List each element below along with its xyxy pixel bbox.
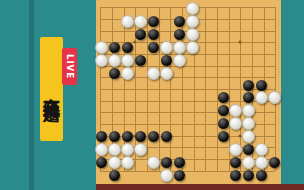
board-intersection: [134, 80, 147, 91]
board-intersection: [218, 80, 229, 91]
board-intersection: [147, 54, 160, 67]
white-stone: [186, 2, 199, 15]
white-stone: [255, 156, 268, 169]
black-stone: [243, 170, 254, 181]
board-intersection: [229, 91, 242, 104]
board-intersection: [242, 41, 255, 54]
board-intersection: [95, 54, 108, 67]
board-intersection: [108, 130, 121, 143]
black-stone: [243, 92, 254, 103]
white-stone: [134, 143, 147, 156]
board-intersection: [186, 80, 199, 91]
board-intersection: [134, 104, 147, 117]
black-stone: [109, 68, 120, 79]
board-intersection: [121, 117, 134, 130]
black-stone: [161, 131, 172, 142]
board-intersection: [242, 143, 255, 156]
white-stone: [160, 41, 173, 54]
board-intersection: [95, 80, 108, 91]
white-stone: [121, 54, 134, 67]
board-intersection: [242, 28, 255, 41]
board-intersection: [173, 28, 186, 41]
board-intersection: [255, 28, 268, 41]
black-stone: [109, 42, 120, 53]
board-intersection: [173, 117, 186, 130]
board-intersection: [121, 2, 134, 15]
board-intersection: [229, 143, 242, 156]
board-intersection: [108, 67, 121, 80]
black-stone: [174, 157, 185, 168]
board-intersection: [229, 54, 242, 67]
teal-shadow-band: [29, 0, 34, 190]
board-intersection: [173, 80, 186, 91]
board-intersection: [121, 15, 134, 28]
board-intersection: [134, 169, 147, 182]
board-intersection: [255, 67, 268, 80]
board-intersection: [108, 117, 121, 130]
board-intersection: [121, 41, 134, 54]
board-intersection: [218, 28, 229, 41]
banner-title-text: 高级死活题: [43, 84, 60, 94]
board-intersection: [242, 91, 255, 104]
board-intersection: [218, 91, 229, 104]
black-stone: [174, 16, 185, 27]
black-stone: [96, 131, 107, 142]
black-stone: [230, 157, 241, 168]
black-stone: [122, 131, 133, 142]
board-intersection: [268, 130, 281, 143]
board-intersection: [268, 91, 281, 104]
board-intersection: [255, 130, 268, 143]
board-intersection: [186, 41, 199, 54]
board-intersection: [268, 80, 281, 91]
board-intersection: [173, 169, 186, 182]
white-stone: [121, 143, 134, 156]
board-intersection: [95, 15, 108, 28]
board-intersection: [134, 130, 147, 143]
board-intersection: [121, 91, 134, 104]
board-intersection: [121, 169, 134, 182]
board-intersection: [255, 80, 268, 91]
board-intersection: [121, 80, 134, 91]
board-grid: [95, 2, 282, 177]
board-intersection: [173, 91, 186, 104]
board-intersection: [229, 67, 242, 80]
board-intersection: [218, 104, 229, 117]
black-stone: [256, 170, 267, 181]
board-intersection: [268, 28, 281, 41]
board-intersection: [268, 117, 281, 130]
board-intersection: [134, 67, 147, 80]
board-intersection: [268, 169, 281, 182]
white-stone: [242, 117, 255, 130]
board-intersection: [134, 117, 147, 130]
board-intersection: [121, 28, 134, 41]
board-intersection: [134, 28, 147, 41]
white-stone: [108, 54, 121, 67]
board-intersection: [95, 104, 108, 117]
go-board: [96, 0, 281, 185]
white-stone: [173, 41, 186, 54]
board-intersection: [95, 91, 108, 104]
board-intersection: [255, 41, 268, 54]
white-stone: [242, 156, 255, 169]
black-stone: [148, 29, 159, 40]
board-intersection: [229, 2, 242, 15]
board-intersection: [95, 117, 108, 130]
black-stone: [218, 118, 229, 129]
white-stone: [95, 41, 108, 54]
board-intersection: [255, 156, 268, 169]
board-intersection: [186, 2, 199, 15]
board-intersection: [229, 28, 242, 41]
board-intersection: [160, 54, 173, 67]
board-intersection: [229, 15, 242, 28]
black-stone: [148, 42, 159, 53]
board-intersection: [121, 67, 134, 80]
board-intersection: [242, 54, 255, 67]
black-stone: [174, 170, 185, 181]
black-stone: [243, 144, 254, 155]
board-intersection: [268, 2, 281, 15]
board-intersection: [160, 41, 173, 54]
black-stone: [135, 55, 146, 66]
white-stone: [121, 15, 134, 28]
board-intersection: [173, 54, 186, 67]
board-intersection: [268, 15, 281, 28]
board-intersection: [134, 15, 147, 28]
board-intersection: [218, 54, 229, 67]
white-stone: [121, 156, 134, 169]
board-intersection: [242, 156, 255, 169]
board-intersection: [134, 2, 147, 15]
board-intersection: [268, 67, 281, 80]
board-intersection: [229, 117, 242, 130]
black-stone: [135, 29, 146, 40]
board-intersection: [108, 143, 121, 156]
board-intersection: [173, 15, 186, 28]
board-intersection: [160, 130, 173, 143]
board-intersection: [108, 28, 121, 41]
board-intersection: [134, 143, 147, 156]
board-intersection: [160, 28, 173, 41]
board-intersection: [242, 80, 255, 91]
white-stone: [186, 28, 199, 41]
board-intersection: [134, 156, 147, 169]
board-intersection: [255, 91, 268, 104]
board-intersection: [121, 130, 134, 143]
white-stone: [186, 15, 199, 28]
board-intersection: [147, 130, 160, 143]
board-intersection: [147, 80, 160, 91]
board-intersection: [242, 117, 255, 130]
thumbnail-canvas: 高级死活题 LIVE: [0, 0, 304, 190]
board-intersection: [147, 41, 160, 54]
board-intersection: [173, 2, 186, 15]
board-intersection: [134, 41, 147, 54]
board-intersection: [160, 67, 173, 80]
board-intersection: [108, 104, 121, 117]
black-stone: [243, 80, 254, 91]
black-stone: [135, 131, 146, 142]
white-stone: [95, 143, 108, 156]
board-intersection: [173, 143, 186, 156]
board-intersection: [121, 54, 134, 67]
board-intersection: [186, 15, 199, 28]
white-stone: [229, 117, 242, 130]
board-intersection: [108, 41, 121, 54]
board-intersection: [160, 143, 173, 156]
board-intersection: [255, 104, 268, 117]
board-intersection: [268, 41, 281, 54]
board-intersection: [95, 156, 108, 169]
board-intersection: [186, 28, 199, 41]
board-intersection: [173, 41, 186, 54]
board-intersection: [186, 156, 199, 169]
board-intersection: [95, 130, 108, 143]
board-intersection: [134, 54, 147, 67]
board-intersection: [218, 67, 229, 80]
board-intersection: [95, 41, 108, 54]
board-intersection: [108, 15, 121, 28]
black-stone: [218, 92, 229, 103]
white-stone: [268, 91, 281, 104]
board-intersection: [242, 67, 255, 80]
black-stone: [96, 157, 107, 168]
board-intersection: [147, 2, 160, 15]
board-intersection: [173, 67, 186, 80]
board-intersection: [186, 169, 199, 182]
bottom-strip: [96, 184, 304, 190]
board-intersection: [108, 91, 121, 104]
board-intersection: [242, 2, 255, 15]
live-badge: LIVE: [62, 48, 77, 85]
board-intersection: [108, 156, 121, 169]
board-intersection: [255, 143, 268, 156]
white-stone: [160, 169, 173, 182]
board-intersection: [255, 15, 268, 28]
board-intersection: [95, 169, 108, 182]
white-stone: [147, 67, 160, 80]
board-intersection: [229, 156, 242, 169]
board-intersection: [160, 169, 173, 182]
board-intersection: [186, 54, 199, 67]
white-stone: [160, 67, 173, 80]
board-intersection: [95, 143, 108, 156]
white-stone: [147, 156, 160, 169]
board-intersection: [121, 143, 134, 156]
board-intersection: [186, 117, 199, 130]
board-intersection: [160, 117, 173, 130]
board-intersection: [229, 130, 242, 143]
board-intersection: [242, 104, 255, 117]
white-stone: [121, 67, 134, 80]
black-stone: [122, 42, 133, 53]
board-intersection: [229, 41, 242, 54]
board-intersection: [147, 28, 160, 41]
board-intersection: [147, 91, 160, 104]
black-stone: [148, 16, 159, 27]
board-intersection: [160, 80, 173, 91]
black-stone: [256, 80, 267, 91]
board-intersection: [95, 67, 108, 80]
black-stone: [218, 105, 229, 116]
board-intersection: [108, 169, 121, 182]
white-stone: [242, 104, 255, 117]
board-intersection: [255, 117, 268, 130]
board-intersection: [255, 54, 268, 67]
board-intersection: [147, 67, 160, 80]
black-stone: [230, 170, 241, 181]
white-stone: [173, 54, 186, 67]
board-intersection: [186, 67, 199, 80]
white-stone: [134, 15, 147, 28]
board-intersection: [242, 130, 255, 143]
board-intersection: [134, 91, 147, 104]
white-stone: [255, 143, 268, 156]
black-stone: [269, 157, 280, 168]
board-intersection: [173, 104, 186, 117]
board-intersection: [218, 15, 229, 28]
board-intersection: [108, 80, 121, 91]
board-intersection: [242, 15, 255, 28]
board-intersection: [173, 130, 186, 143]
board-intersection: [160, 2, 173, 15]
board-intersection: [186, 104, 199, 117]
white-stone: [229, 104, 242, 117]
board-intersection: [160, 156, 173, 169]
white-stone: [186, 41, 199, 54]
white-stone: [108, 143, 121, 156]
board-intersection: [147, 156, 160, 169]
black-stone: [109, 170, 120, 181]
title-banner: 高级死活题: [40, 37, 63, 141]
board-intersection: [108, 54, 121, 67]
board-intersection: [108, 2, 121, 15]
white-stone: [242, 130, 255, 143]
board-intersection: [218, 169, 229, 182]
board-intersection: [255, 169, 268, 182]
black-stone: [174, 29, 185, 40]
board-intersection: [218, 2, 229, 15]
board-intersection: [218, 41, 229, 54]
board-intersection: [186, 143, 199, 156]
board-intersection: [147, 117, 160, 130]
board-intersection: [147, 104, 160, 117]
board-intersection: [147, 169, 160, 182]
board-intersection: [95, 2, 108, 15]
board-intersection: [121, 156, 134, 169]
board-intersection: [218, 130, 229, 143]
black-stone: [148, 131, 159, 142]
board-intersection: [229, 169, 242, 182]
board-intersection: [218, 117, 229, 130]
board-intersection: [218, 143, 229, 156]
black-stone: [109, 131, 120, 142]
board-intersection: [229, 104, 242, 117]
white-stone: [229, 143, 242, 156]
board-intersection: [173, 156, 186, 169]
board-intersection: [268, 54, 281, 67]
board-intersection: [121, 104, 134, 117]
board-intersection: [255, 2, 268, 15]
board-intersection: [186, 130, 199, 143]
board-intersection: [268, 156, 281, 169]
board-intersection: [147, 143, 160, 156]
black-stone: [161, 55, 172, 66]
board-intersection: [268, 104, 281, 117]
board-intersection: [160, 91, 173, 104]
black-stone: [161, 157, 172, 168]
black-stone: [218, 131, 229, 142]
board-intersection: [95, 28, 108, 41]
board-intersection: [268, 143, 281, 156]
board-intersection: [186, 91, 199, 104]
white-stone: [255, 91, 268, 104]
board-intersection: [147, 15, 160, 28]
board-intersection: [218, 156, 229, 169]
board-intersection: [242, 169, 255, 182]
board-intersection: [160, 15, 173, 28]
board-intersection: [229, 80, 242, 91]
board-intersection: [160, 104, 173, 117]
white-stone: [108, 156, 121, 169]
white-stone: [95, 54, 108, 67]
live-label: LIVE: [65, 54, 74, 79]
